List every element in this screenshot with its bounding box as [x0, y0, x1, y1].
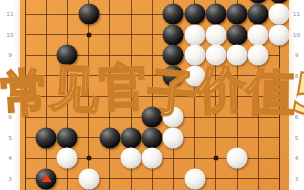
white-stone [227, 45, 248, 66]
row-coordinate-label: 11 [4, 11, 16, 17]
row-coordinate-label: 6 [292, 114, 301, 120]
row-coordinate-label: 4 [4, 155, 16, 161]
row-coordinate-label: 4 [292, 155, 301, 161]
white-stone [78, 168, 99, 189]
black-stone [99, 127, 120, 148]
black-stone [184, 4, 205, 25]
black-stone [142, 107, 163, 128]
row-coordinate-label: 7 [4, 93, 16, 99]
black-stone [36, 127, 57, 148]
row-coordinate-label: 10 [292, 32, 301, 38]
row-coordinate-label: 9 [4, 52, 16, 58]
black-stone [57, 127, 78, 148]
black-stone [163, 45, 184, 66]
white-stone [57, 148, 78, 169]
white-stone [205, 45, 226, 66]
row-coordinate-label: 9 [292, 52, 301, 58]
star-point [86, 32, 91, 37]
black-stone [121, 127, 142, 148]
grid-horizontal-line [25, 178, 280, 179]
row-coordinate-label: 6 [4, 114, 16, 120]
black-stone [163, 24, 184, 45]
white-stone [121, 148, 142, 169]
row-coordinate-label: 5 [4, 135, 16, 141]
black-stone [78, 4, 99, 25]
white-stone [163, 127, 184, 148]
white-stone [269, 24, 289, 45]
last-move-triangle-marker [41, 174, 51, 182]
row-coordinate-label: 7 [292, 93, 301, 99]
row-coordinate-label: 11 [292, 11, 301, 17]
star-point [86, 156, 91, 161]
row-coordinate-label: 8 [292, 73, 301, 79]
white-stone [184, 24, 205, 45]
black-stone [227, 24, 248, 45]
black-stone [248, 4, 269, 25]
row-coordinate-label: 10 [4, 32, 16, 38]
row-coordinate-label: 8 [4, 73, 16, 79]
white-stone [142, 148, 163, 169]
grid-horizontal-line [25, 96, 280, 97]
black-stone [57, 45, 78, 66]
row-coordinate-label: 3 [292, 176, 301, 182]
white-stone [163, 107, 184, 128]
white-stone [269, 4, 289, 25]
go-board[interactable] [20, 0, 289, 190]
white-stone [184, 45, 205, 66]
left-coordinate-strip: 11109876543 [0, 0, 20, 190]
star-point [213, 156, 218, 161]
white-stone [227, 148, 248, 169]
black-stone [163, 65, 184, 86]
go-app-screenshot: 11109876543 11109876543 常见官子价值5 [0, 0, 304, 190]
right-coordinate-strip: 11109876543 [289, 0, 304, 190]
black-stone [36, 168, 57, 189]
grid-horizontal-line [25, 75, 280, 76]
white-stone [184, 168, 205, 189]
white-stone [248, 45, 269, 66]
black-stone [142, 127, 163, 148]
white-stone [184, 65, 205, 86]
white-stone [205, 24, 226, 45]
black-stone [227, 4, 248, 25]
black-stone [163, 4, 184, 25]
row-coordinate-label: 5 [292, 135, 301, 141]
row-coordinate-label: 3 [4, 176, 16, 182]
black-stone [205, 4, 226, 25]
white-stone [248, 24, 269, 45]
